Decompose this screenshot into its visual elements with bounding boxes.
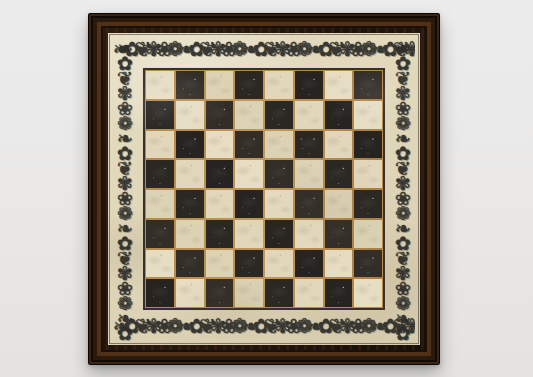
board-square-c7[interactable]	[206, 101, 234, 129]
board-square-b3[interactable]	[176, 220, 204, 248]
board-square-d8[interactable]	[235, 71, 263, 99]
floral-vine-border-bottom-icon: ❧✿❦✾❀❁❧✿❦✾❀❁❧✿❦✾❀❁❧✿❦✾❀❁❧✿❦✾❀❁❧✿❦✾❀❁❧✿❦✾…	[113, 314, 415, 340]
board-square-d1[interactable]	[235, 279, 263, 307]
board-square-a1[interactable]	[146, 279, 174, 307]
photo-backdrop: ❧✿❦✾❀❁❧✿❦✾❀❁❧✿❦✾❀❁❧✿❦✾❀❁❧✿❦✾❀❁❧✿❦✾❀❁❧✿❦✾…	[0, 0, 533, 377]
board-square-e3[interactable]	[265, 220, 293, 248]
board-square-c8[interactable]	[206, 71, 234, 99]
board-square-f2[interactable]	[295, 250, 323, 278]
board-square-d6[interactable]	[235, 131, 263, 159]
board-square-b8[interactable]	[176, 71, 204, 99]
board-square-a6[interactable]	[146, 131, 174, 159]
board-square-b6[interactable]	[176, 131, 204, 159]
board-square-a7[interactable]	[146, 101, 174, 129]
board-square-e5[interactable]	[265, 160, 293, 188]
game-board: ❧✿❦✾❀❁❧✿❦✾❀❁❧✿❦✾❀❁❧✿❦✾❀❁❧✿❦✾❀❁❧✿❦✾❀❁❧✿❦✾…	[88, 13, 440, 365]
board-square-g1[interactable]	[325, 279, 353, 307]
board-square-a8[interactable]	[146, 71, 174, 99]
checkerboard-grid	[146, 71, 382, 307]
board-square-h2[interactable]	[354, 250, 382, 278]
board-square-g2[interactable]	[325, 250, 353, 278]
board-square-d5[interactable]	[235, 160, 263, 188]
board-square-f3[interactable]	[295, 220, 323, 248]
board-square-f7[interactable]	[295, 101, 323, 129]
board-square-g4[interactable]	[325, 190, 353, 218]
board-square-b7[interactable]	[176, 101, 204, 129]
board-square-f4[interactable]	[295, 190, 323, 218]
board-square-g8[interactable]	[325, 71, 353, 99]
board-square-h1[interactable]	[354, 279, 382, 307]
board-square-c2[interactable]	[206, 250, 234, 278]
board-square-h8[interactable]	[354, 71, 382, 99]
board-square-c5[interactable]	[206, 160, 234, 188]
board-square-e1[interactable]	[265, 279, 293, 307]
board-square-a3[interactable]	[146, 220, 174, 248]
board-square-c1[interactable]	[206, 279, 234, 307]
board-square-h5[interactable]	[354, 160, 382, 188]
board-square-e7[interactable]	[265, 101, 293, 129]
floral-vine-border-top-icon: ❧✿❦✾❀❁❧✿❦✾❀❁❧✿❦✾❀❁❧✿❦✾❀❁❧✿❦✾❀❁❧✿❦✾❀❁❧✿❦✾…	[113, 37, 415, 63]
board-square-e8[interactable]	[265, 71, 293, 99]
board-square-f8[interactable]	[295, 71, 323, 99]
board-margin: ❧✿❦✾❀❁❧✿❦✾❀❁❧✿❦✾❀❁❧✿❦✾❀❁❧✿❦✾❀❁❧✿❦✾❀❁❧✿❦✾…	[108, 33, 420, 345]
board-square-f6[interactable]	[295, 131, 323, 159]
board-square-g3[interactable]	[325, 220, 353, 248]
board-square-b5[interactable]	[176, 160, 204, 188]
board-square-g5[interactable]	[325, 160, 353, 188]
board-square-a5[interactable]	[146, 160, 174, 188]
board-square-h7[interactable]	[354, 101, 382, 129]
board-square-d4[interactable]	[235, 190, 263, 218]
board-square-h6[interactable]	[354, 131, 382, 159]
board-square-a2[interactable]	[146, 250, 174, 278]
board-square-e6[interactable]	[265, 131, 293, 159]
board-square-f1[interactable]	[295, 279, 323, 307]
board-square-c4[interactable]	[206, 190, 234, 218]
board-square-e2[interactable]	[265, 250, 293, 278]
board-square-h4[interactable]	[354, 190, 382, 218]
board-square-h3[interactable]	[354, 220, 382, 248]
board-square-f5[interactable]	[295, 160, 323, 188]
board-square-g6[interactable]	[325, 131, 353, 159]
board-square-c6[interactable]	[206, 131, 234, 159]
floral-vine-border-right-icon: ❧✿❦✾❀❁❧✿❦✾❀❁❧✿❦✾❀❁❧✿❦✾❀❁❧✿❦✾❀❁❧✿❦✾❀❁❧✿❦✾…	[390, 37, 416, 341]
board-square-b2[interactable]	[176, 250, 204, 278]
board-square-d7[interactable]	[235, 101, 263, 129]
board-square-b4[interactable]	[176, 190, 204, 218]
board-square-c3[interactable]	[206, 220, 234, 248]
floral-vine-border-left-icon: ❧✿❦✾❀❁❧✿❦✾❀❁❧✿❦✾❀❁❧✿❦✾❀❁❧✿❦✾❀❁❧✿❦✾❀❁❧✿❦✾…	[112, 37, 138, 341]
board-square-g7[interactable]	[325, 101, 353, 129]
board-square-e4[interactable]	[265, 190, 293, 218]
board-square-d2[interactable]	[235, 250, 263, 278]
board-square-d3[interactable]	[235, 220, 263, 248]
board-square-b1[interactable]	[176, 279, 204, 307]
board-square-a4[interactable]	[146, 190, 174, 218]
checkerboard-border	[143, 68, 385, 310]
